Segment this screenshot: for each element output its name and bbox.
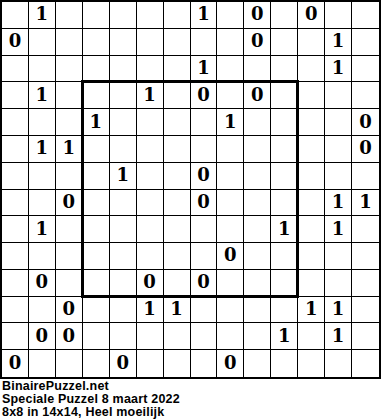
cell-r2c3-empty[interactable] [83,56,110,83]
cell-r7c9-empty[interactable] [244,190,271,217]
cell-r9c9-empty[interactable] [244,243,271,270]
puzzle-board: 1100001111100110110100011111000001111001… [0,0,381,379]
cell-r11c13-empty[interactable] [352,297,379,324]
cell-r11c7-empty[interactable] [191,297,218,324]
cell-r12c4-empty[interactable] [110,323,137,350]
cell-r13c8-given-0: 0 [217,350,244,377]
cell-r8c6-empty[interactable] [164,216,191,243]
cell-r3c6-empty[interactable] [164,82,191,109]
cell-r5c1-given-1: 1 [29,136,56,163]
cell-r4c7-empty[interactable] [191,109,218,136]
cell-r2c6-empty[interactable] [164,56,191,83]
cell-r6c5-empty[interactable] [137,163,164,190]
cell-r3c8-empty[interactable] [217,82,244,109]
cell-r7c8-empty[interactable] [217,190,244,217]
cell-r1c9-given-0: 0 [244,29,271,56]
cell-r9c10-empty[interactable] [271,243,298,270]
cell-r2c8-empty[interactable] [217,56,244,83]
cell-r5c11-empty[interactable] [298,136,325,163]
cell-r3c9-given-0: 0 [244,82,271,109]
cell-r10c1-given-0: 0 [29,270,56,297]
cell-r9c5-empty[interactable] [137,243,164,270]
cell-r7c2-given-0: 0 [56,190,83,217]
cell-r10c3-empty[interactable] [83,270,110,297]
cell-r11c12-given-1: 1 [325,297,352,324]
cell-r9c7-empty[interactable] [191,243,218,270]
cell-r1c13-empty[interactable] [352,29,379,56]
cell-r11c11-given-1: 1 [298,297,325,324]
cell-r10c9-empty[interactable] [244,270,271,297]
cell-r1c2-empty[interactable] [56,29,83,56]
cell-r3c7-given-0: 0 [191,82,218,109]
cell-r9c13-empty[interactable] [352,243,379,270]
cell-r4c1-empty[interactable] [29,109,56,136]
cell-r6c12-empty[interactable] [325,163,352,190]
cell-r8c8-empty[interactable] [217,216,244,243]
cell-r8c9-empty[interactable] [244,216,271,243]
cell-r12c11-empty[interactable] [298,323,325,350]
cell-r12c7-empty[interactable] [191,323,218,350]
cell-r11c1-empty[interactable] [29,297,56,324]
cell-r5c5-empty[interactable] [137,136,164,163]
cell-r12c8-empty[interactable] [217,323,244,350]
cell-r8c10-given-1: 1 [271,216,298,243]
cell-r3c4-empty[interactable] [110,82,137,109]
cell-r2c9-empty[interactable] [244,56,271,83]
cell-r0c13-empty[interactable] [352,2,379,29]
cell-r13c6-empty[interactable] [164,350,191,377]
cell-r3c12-empty[interactable] [325,82,352,109]
cell-r10c11-empty[interactable] [298,270,325,297]
cell-r11c5-given-1: 1 [137,297,164,324]
cell-r0c2-empty[interactable] [56,2,83,29]
cell-r10c5-given-0: 0 [137,270,164,297]
cell-r11c0-empty[interactable] [2,297,29,324]
cell-r4c11-empty[interactable] [298,109,325,136]
cell-r4c12-empty[interactable] [325,109,352,136]
cell-r1c12-given-1: 1 [325,29,352,56]
cell-r11c3-empty[interactable] [83,297,110,324]
cell-r4c9-empty[interactable] [244,109,271,136]
cell-r5c2-given-1: 1 [56,136,83,163]
cell-r13c11-empty[interactable] [298,350,325,377]
cell-r12c1-given-0: 0 [29,323,56,350]
cell-r6c9-empty[interactable] [244,163,271,190]
cell-r2c7-given-1: 1 [191,56,218,83]
cell-r11c4-empty[interactable] [110,297,137,324]
cell-r2c2-empty[interactable] [56,56,83,83]
cell-r2c5-empty[interactable] [137,56,164,83]
cell-r10c0-empty[interactable] [2,270,29,297]
cell-r7c0-empty[interactable] [2,190,29,217]
cell-r6c1-empty[interactable] [29,163,56,190]
cell-r6c0-empty[interactable] [2,163,29,190]
cell-r5c3-empty[interactable] [83,136,110,163]
cell-r1c7-empty[interactable] [191,29,218,56]
cell-r10c2-empty[interactable] [56,270,83,297]
cell-r0c5-empty[interactable] [137,2,164,29]
cell-r5c8-empty[interactable] [217,136,244,163]
cell-r11c10-empty[interactable] [271,297,298,324]
cell-r3c5-given-1: 1 [137,82,164,109]
cell-r7c3-empty[interactable] [83,190,110,217]
cell-r8c12-given-1: 1 [325,216,352,243]
cell-r2c12-given-1: 1 [325,56,352,83]
cell-r13c12-empty[interactable] [325,350,352,377]
cell-r0c1-given-1: 1 [29,2,56,29]
cell-r10c6-empty[interactable] [164,270,191,297]
cell-r9c4-empty[interactable] [110,243,137,270]
cell-r10c12-empty[interactable] [325,270,352,297]
cell-r12c0-empty[interactable] [2,323,29,350]
cell-r1c4-empty[interactable] [110,29,137,56]
cell-r4c8-given-1: 1 [217,109,244,136]
cell-r10c10-empty[interactable] [271,270,298,297]
cell-r7c1-empty[interactable] [29,190,56,217]
cell-r12c12-given-1: 1 [325,323,352,350]
cell-r13c1-empty[interactable] [29,350,56,377]
cell-r3c3-empty[interactable] [83,82,110,109]
cell-r10c4-empty[interactable] [110,270,137,297]
cell-r8c1-given-1: 1 [29,216,56,243]
cell-r0c10-empty[interactable] [271,2,298,29]
cell-r4c10-empty[interactable] [271,109,298,136]
cell-r1c1-empty[interactable] [29,29,56,56]
cell-r4c0-empty[interactable] [2,109,29,136]
cell-r4c3-given-1: 1 [83,109,110,136]
cell-r3c1-given-1: 1 [29,82,56,109]
cell-r10c7-given-0: 0 [191,270,218,297]
cell-r13c10-empty[interactable] [271,350,298,377]
cell-r1c11-empty[interactable] [298,29,325,56]
cell-r5c10-empty[interactable] [271,136,298,163]
cell-r1c0-given-0: 0 [2,29,29,56]
puzzle-subtitle: 8x8 in 14x14, Heel moeilijk [2,406,381,419]
cell-r7c5-empty[interactable] [137,190,164,217]
cell-r5c9-empty[interactable] [244,136,271,163]
cell-r6c4-given-1: 1 [110,163,137,190]
cell-r2c0-empty[interactable] [2,56,29,83]
cell-r6c3-empty[interactable] [83,163,110,190]
cell-r8c7-empty[interactable] [191,216,218,243]
cell-r5c12-empty[interactable] [325,136,352,163]
cell-r13c7-empty[interactable] [191,350,218,377]
cell-r5c6-empty[interactable] [164,136,191,163]
cell-r0c4-empty[interactable] [110,2,137,29]
cell-r4c13-given-0: 0 [352,109,379,136]
cell-r10c13-empty[interactable] [352,270,379,297]
cell-r12c2-given-0: 0 [56,323,83,350]
cell-r13c0-given-0: 0 [2,350,29,377]
cell-r1c6-empty[interactable] [164,29,191,56]
cell-r6c11-empty[interactable] [298,163,325,190]
cell-r5c7-empty[interactable] [191,136,218,163]
cell-r3c2-empty[interactable] [56,82,83,109]
cell-r7c12-given-1: 1 [325,190,352,217]
cell-r2c13-empty[interactable] [352,56,379,83]
cell-r13c2-empty[interactable] [56,350,83,377]
cell-r8c13-empty[interactable] [352,216,379,243]
cell-r8c3-empty[interactable] [83,216,110,243]
cell-r8c0-empty[interactable] [2,216,29,243]
cell-r13c4-given-0: 0 [110,350,137,377]
cell-r0c7-given-1: 1 [191,2,218,29]
cell-r7c7-given-0: 0 [191,190,218,217]
cell-r9c8-given-0: 0 [217,243,244,270]
cell-r0c9-given-0: 0 [244,2,271,29]
cell-r1c3-empty[interactable] [83,29,110,56]
cell-r2c4-empty[interactable] [110,56,137,83]
cell-r4c4-empty[interactable] [110,109,137,136]
cell-r4c2-empty[interactable] [56,109,83,136]
cell-r0c6-empty[interactable] [164,2,191,29]
cell-r13c13-empty[interactable] [352,350,379,377]
cell-r8c4-empty[interactable] [110,216,137,243]
cell-r8c5-empty[interactable] [137,216,164,243]
cell-r9c12-empty[interactable] [325,243,352,270]
cell-r7c13-given-1: 1 [352,190,379,217]
cell-r5c13-given-0: 0 [352,136,379,163]
cell-r13c9-empty[interactable] [244,350,271,377]
cell-r0c0-empty[interactable] [2,2,29,29]
cell-r5c0-empty[interactable] [2,136,29,163]
cell-r0c12-empty[interactable] [325,2,352,29]
cell-r12c6-empty[interactable] [164,323,191,350]
cell-r7c10-empty[interactable] [271,190,298,217]
cell-r1c10-empty[interactable] [271,29,298,56]
cell-r12c3-empty[interactable] [83,323,110,350]
cell-r6c6-empty[interactable] [164,163,191,190]
cell-r0c3-empty[interactable] [83,2,110,29]
cell-r9c11-empty[interactable] [298,243,325,270]
cell-r6c13-empty[interactable] [352,163,379,190]
cell-r9c3-empty[interactable] [83,243,110,270]
cell-r11c9-empty[interactable] [244,297,271,324]
cell-r2c10-empty[interactable] [271,56,298,83]
cell-r6c7-given-0: 0 [191,163,218,190]
cell-r2c11-empty[interactable] [298,56,325,83]
cell-r3c11-empty[interactable] [298,82,325,109]
cell-r11c2-given-0: 0 [56,297,83,324]
cell-r12c5-empty[interactable] [137,323,164,350]
cell-r4c6-empty[interactable] [164,109,191,136]
binary-puzzle-page: 1100001111100110110100011111000001111001… [0,0,381,419]
cell-r8c11-empty[interactable] [298,216,325,243]
cell-r11c8-empty[interactable] [217,297,244,324]
cell-r5c4-empty[interactable] [110,136,137,163]
cell-r13c5-empty[interactable] [137,350,164,377]
cell-r0c8-empty[interactable] [217,2,244,29]
cell-r7c6-empty[interactable] [164,190,191,217]
cell-r3c0-empty[interactable] [2,82,29,109]
cell-r12c9-empty[interactable] [244,323,271,350]
cell-r9c1-empty[interactable] [29,243,56,270]
cell-r10c8-empty[interactable] [217,270,244,297]
cell-r3c10-empty[interactable] [271,82,298,109]
cell-r9c2-empty[interactable] [56,243,83,270]
cell-r7c11-empty[interactable] [298,190,325,217]
cell-r6c2-empty[interactable] [56,163,83,190]
cell-r6c10-empty[interactable] [271,163,298,190]
cell-r6c8-empty[interactable] [217,163,244,190]
cell-r13c3-empty[interactable] [83,350,110,377]
cell-r11c6-given-1: 1 [164,297,191,324]
cell-r7c4-empty[interactable] [110,190,137,217]
cell-r3c13-empty[interactable] [352,82,379,109]
cell-r1c8-empty[interactable] [217,29,244,56]
cell-r0c11-given-0: 0 [298,2,325,29]
cell-r8c2-empty[interactable] [56,216,83,243]
cell-r1c5-empty[interactable] [137,29,164,56]
cell-r2c1-empty[interactable] [29,56,56,83]
cell-r9c0-empty[interactable] [2,243,29,270]
cell-r9c6-empty[interactable] [164,243,191,270]
footer: BinairePuzzel.net Speciale Puzzel 8 maar… [0,379,381,419]
cell-r12c13-empty[interactable] [352,323,379,350]
cell-r4c5-empty[interactable] [137,109,164,136]
cell-r12c10-given-1: 1 [271,323,298,350]
